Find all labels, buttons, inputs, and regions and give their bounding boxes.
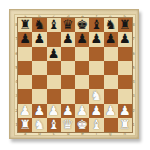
square-g8[interactable]: ♞	[104, 18, 118, 32]
black-pawn[interactable]: ♟	[119, 32, 131, 46]
square-e8[interactable]: ♚	[75, 18, 89, 32]
white-pawn[interactable]: ♟	[76, 104, 88, 118]
white-king[interactable]: ♚	[76, 118, 88, 132]
square-a3[interactable]	[18, 89, 32, 103]
square-d8[interactable]: ♛	[61, 18, 75, 32]
square-c6[interactable]: ♟	[47, 47, 61, 61]
square-a5[interactable]	[18, 61, 32, 75]
square-h2[interactable]: ♟	[118, 104, 132, 118]
square-d3[interactable]	[61, 89, 75, 103]
square-a1[interactable]: ♜	[18, 118, 32, 132]
square-f4[interactable]	[89, 75, 103, 89]
white-queen[interactable]: ♛	[62, 118, 74, 132]
board-margin: abcdefgh abcdefgh 87654321 87654321 ♜♞♝♛…	[14, 14, 136, 136]
square-b6[interactable]	[32, 47, 46, 61]
square-c2[interactable]: ♟	[47, 104, 61, 118]
square-d4[interactable]	[61, 75, 75, 89]
white-pawn[interactable]: ♟	[48, 104, 60, 118]
square-h3[interactable]	[118, 89, 132, 103]
black-king[interactable]: ♚	[76, 18, 88, 32]
square-f7[interactable]: ♟	[89, 32, 103, 46]
square-b3[interactable]	[32, 89, 46, 103]
square-d2[interactable]: ♟	[61, 104, 75, 118]
square-g5[interactable]	[104, 61, 118, 75]
square-e6[interactable]	[75, 47, 89, 61]
square-e5[interactable]	[75, 61, 89, 75]
square-h4[interactable]	[118, 75, 132, 89]
white-bishop[interactable]: ♝	[91, 118, 103, 132]
black-queen[interactable]: ♛	[62, 18, 74, 32]
square-e3[interactable]	[75, 89, 89, 103]
white-pawn[interactable]: ♟	[91, 104, 103, 118]
black-pawn[interactable]: ♟	[105, 32, 117, 46]
white-pawn[interactable]: ♟	[105, 104, 117, 118]
square-g6[interactable]	[104, 47, 118, 61]
square-a6[interactable]	[18, 47, 32, 61]
black-pawn[interactable]: ♟	[62, 32, 74, 46]
black-pawn[interactable]: ♟	[48, 47, 60, 61]
white-pawn[interactable]: ♟	[62, 104, 74, 118]
square-b8[interactable]: ♞	[32, 18, 46, 32]
black-pawn[interactable]: ♟	[34, 32, 46, 46]
black-rook[interactable]: ♜	[19, 18, 31, 32]
black-bishop[interactable]: ♝	[91, 18, 103, 32]
board-frame: abcdefgh abcdefgh 87654321 87654321 ♜♞♝♛…	[9, 9, 139, 139]
square-f8[interactable]: ♝	[89, 18, 103, 32]
square-f3[interactable]: ♞	[89, 89, 103, 103]
square-c4[interactable]	[47, 75, 61, 89]
white-pawn[interactable]: ♟	[19, 104, 31, 118]
square-a4[interactable]	[18, 75, 32, 89]
square-a2[interactable]: ♟	[18, 104, 32, 118]
white-knight[interactable]: ♞	[91, 89, 103, 103]
white-knight[interactable]: ♞	[34, 118, 46, 132]
white-rook[interactable]: ♜	[119, 118, 131, 132]
square-g2[interactable]: ♟	[104, 104, 118, 118]
chess-board-grid: ♜♞♝♛♚♝♞♜♟♟♟♟♟♟♟♟♞♟♟♟♟♟♟♟♟♜♞♝♛♚♝♜	[17, 17, 133, 133]
square-e2[interactable]: ♟	[75, 104, 89, 118]
square-g4[interactable]	[104, 75, 118, 89]
square-h5[interactable]	[118, 61, 132, 75]
square-b2[interactable]: ♟	[32, 104, 46, 118]
square-c1[interactable]: ♝	[47, 118, 61, 132]
white-pawn[interactable]: ♟	[119, 104, 131, 118]
black-bishop[interactable]: ♝	[48, 18, 60, 32]
square-g3[interactable]	[104, 89, 118, 103]
black-knight[interactable]: ♞	[34, 18, 46, 32]
square-c3[interactable]	[47, 89, 61, 103]
square-g7[interactable]: ♟	[104, 32, 118, 46]
white-rook[interactable]: ♜	[19, 118, 31, 132]
square-f5[interactable]	[89, 61, 103, 75]
square-f1[interactable]: ♝	[89, 118, 103, 132]
square-h7[interactable]: ♟	[118, 32, 132, 46]
square-h8[interactable]: ♜	[118, 18, 132, 32]
black-rook[interactable]: ♜	[119, 18, 131, 32]
black-pawn[interactable]: ♟	[76, 32, 88, 46]
square-e1[interactable]: ♚	[75, 118, 89, 132]
square-a8[interactable]: ♜	[18, 18, 32, 32]
square-f6[interactable]	[89, 47, 103, 61]
square-c5[interactable]	[47, 61, 61, 75]
square-d6[interactable]	[61, 47, 75, 61]
black-knight[interactable]: ♞	[105, 18, 117, 32]
square-f2[interactable]: ♟	[89, 104, 103, 118]
square-a7[interactable]: ♟	[18, 32, 32, 46]
square-h6[interactable]	[118, 47, 132, 61]
square-b4[interactable]	[32, 75, 46, 89]
square-e4[interactable]	[75, 75, 89, 89]
square-h1[interactable]: ♜	[118, 118, 132, 132]
square-b5[interactable]	[32, 61, 46, 75]
square-d1[interactable]: ♛	[61, 118, 75, 132]
white-bishop[interactable]: ♝	[48, 118, 60, 132]
black-pawn[interactable]: ♟	[19, 32, 31, 46]
square-c8[interactable]: ♝	[47, 18, 61, 32]
square-d5[interactable]	[61, 61, 75, 75]
square-e7[interactable]: ♟	[75, 32, 89, 46]
square-g1[interactable]	[104, 118, 118, 132]
black-pawn[interactable]: ♟	[91, 32, 103, 46]
white-pawn[interactable]: ♟	[34, 104, 46, 118]
square-d7[interactable]: ♟	[61, 32, 75, 46]
square-b7[interactable]: ♟	[32, 32, 46, 46]
square-c7[interactable]	[47, 32, 61, 46]
square-b1[interactable]: ♞	[32, 118, 46, 132]
